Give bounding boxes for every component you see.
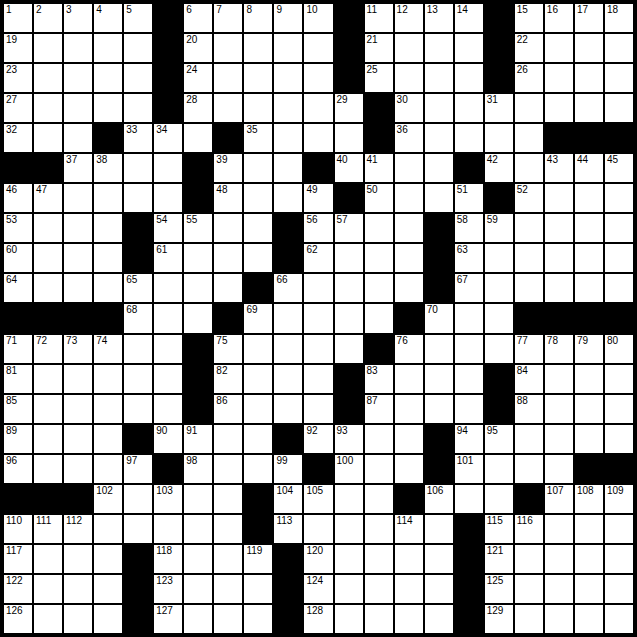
cell-r9c16[interactable]: [485, 274, 513, 302]
cell-r18c13[interactable]: [395, 545, 423, 573]
cell-r3c1[interactable]: [34, 94, 62, 122]
cell-r15c4[interactable]: 97: [124, 455, 152, 483]
cell-r1c12[interactable]: 21: [365, 34, 393, 62]
cell-r3c18[interactable]: [545, 94, 573, 122]
cell-r8c16[interactable]: [485, 244, 513, 272]
cell-r6c0[interactable]: 46: [4, 184, 32, 212]
cell-r9c0[interactable]: 64: [4, 274, 32, 302]
cell-r7c2[interactable]: [64, 214, 92, 242]
cell-r2c7[interactable]: [214, 64, 242, 92]
cell-r4c9[interactable]: [274, 124, 302, 152]
cell-r11c13[interactable]: 76: [395, 335, 423, 363]
cell-r15c3[interactable]: [94, 455, 122, 483]
cell-r13c10[interactable]: [304, 395, 332, 423]
cell-r5c16[interactable]: 42: [485, 154, 513, 182]
cell-r15c11[interactable]: 100: [335, 455, 363, 483]
cell-r17c7[interactable]: [214, 515, 242, 543]
cell-r18c6[interactable]: [184, 545, 212, 573]
cell-r20c0[interactable]: 126: [4, 605, 32, 633]
cell-r9c4[interactable]: 65: [124, 274, 152, 302]
cell-r12c2[interactable]: [64, 365, 92, 393]
cell-r11c7[interactable]: 75: [214, 335, 242, 363]
cell-r14c15[interactable]: 94: [455, 425, 483, 453]
cell-r2c0[interactable]: 23: [4, 64, 32, 92]
cell-r14c1[interactable]: [34, 425, 62, 453]
cell-r11c2[interactable]: 73: [64, 335, 92, 363]
cell-r9c10[interactable]: [304, 274, 332, 302]
cell-r20c2[interactable]: [64, 605, 92, 633]
cell-r0c15[interactable]: 14: [455, 4, 483, 32]
cell-r9c17[interactable]: [515, 274, 543, 302]
cell-r18c12[interactable]: [365, 545, 393, 573]
cell-r17c14[interactable]: [425, 515, 453, 543]
cell-r7c5[interactable]: 54: [154, 214, 182, 242]
cell-r9c2[interactable]: [64, 274, 92, 302]
cell-r0c3[interactable]: 4: [94, 4, 122, 32]
cell-r5c5[interactable]: [154, 154, 182, 182]
cell-r6c7[interactable]: 48: [214, 184, 242, 212]
cell-r0c9[interactable]: 9: [274, 4, 302, 32]
cell-r17c13[interactable]: 114: [395, 515, 423, 543]
cell-r2c19[interactable]: [575, 64, 603, 92]
cell-r12c17[interactable]: 84: [515, 365, 543, 393]
cell-r11c18[interactable]: 78: [545, 335, 573, 363]
cell-r6c8[interactable]: [244, 184, 272, 212]
cell-r6c19[interactable]: [575, 184, 603, 212]
cell-r3c16[interactable]: 31: [485, 94, 513, 122]
cell-r20c3[interactable]: [94, 605, 122, 633]
cell-r2c20[interactable]: [605, 64, 633, 92]
cell-r17c5[interactable]: [154, 515, 182, 543]
cell-r2c15[interactable]: [455, 64, 483, 92]
cell-r15c16[interactable]: [485, 455, 513, 483]
cell-r9c20[interactable]: [605, 274, 633, 302]
cell-r17c10[interactable]: [304, 515, 332, 543]
cell-r17c18[interactable]: [545, 515, 573, 543]
cell-r2c17[interactable]: 26: [515, 64, 543, 92]
cell-r15c8[interactable]: [244, 455, 272, 483]
cell-r16c10[interactable]: 105: [304, 485, 332, 513]
cell-r19c11[interactable]: [335, 575, 363, 603]
cell-r7c18[interactable]: [545, 214, 573, 242]
cell-r14c19[interactable]: [575, 425, 603, 453]
cell-r20c17[interactable]: [515, 605, 543, 633]
cell-r12c8[interactable]: [244, 365, 272, 393]
cell-r2c2[interactable]: [64, 64, 92, 92]
cell-r3c13[interactable]: 30: [395, 94, 423, 122]
cell-r13c12[interactable]: 87: [365, 395, 393, 423]
cell-r9c9[interactable]: 66: [274, 274, 302, 302]
cell-r0c13[interactable]: 12: [395, 4, 423, 32]
cell-r7c7[interactable]: [214, 214, 242, 242]
cell-r3c19[interactable]: [575, 94, 603, 122]
cell-r11c1[interactable]: 72: [34, 335, 62, 363]
cell-r12c3[interactable]: [94, 365, 122, 393]
cell-r11c4[interactable]: [124, 335, 152, 363]
cell-r1c15[interactable]: [455, 34, 483, 62]
cell-r19c10[interactable]: 124: [304, 575, 332, 603]
cell-r8c6[interactable]: [184, 244, 212, 272]
cell-r4c5[interactable]: 34: [154, 124, 182, 152]
cell-r7c8[interactable]: [244, 214, 272, 242]
cell-r10c8[interactable]: 69: [244, 304, 272, 332]
cell-r17c12[interactable]: [365, 515, 393, 543]
cell-r0c12[interactable]: 11: [365, 4, 393, 32]
cell-r13c18[interactable]: [545, 395, 573, 423]
cell-r14c17[interactable]: [515, 425, 543, 453]
cell-r5c11[interactable]: 40: [335, 154, 363, 182]
cell-r0c0[interactable]: 1: [4, 4, 32, 32]
cell-r4c10[interactable]: [304, 124, 332, 152]
cell-r18c2[interactable]: [64, 545, 92, 573]
cell-r6c9[interactable]: [274, 184, 302, 212]
cell-r15c12[interactable]: [365, 455, 393, 483]
cell-r13c2[interactable]: [64, 395, 92, 423]
cell-r6c3[interactable]: [94, 184, 122, 212]
cell-r5c7[interactable]: 39: [214, 154, 242, 182]
cell-r16c20[interactable]: 109: [605, 485, 633, 513]
cell-r1c17[interactable]: 22: [515, 34, 543, 62]
cell-r10c10[interactable]: [304, 304, 332, 332]
cell-r12c10[interactable]: [304, 365, 332, 393]
cell-r1c14[interactable]: [425, 34, 453, 62]
cell-r6c12[interactable]: 50: [365, 184, 393, 212]
cell-r3c0[interactable]: 27: [4, 94, 32, 122]
cell-r7c1[interactable]: [34, 214, 62, 242]
cell-r15c0[interactable]: 96: [4, 455, 32, 483]
cell-r11c15[interactable]: [455, 335, 483, 363]
cell-r16c15[interactable]: [455, 485, 483, 513]
cell-r5c14[interactable]: [425, 154, 453, 182]
cell-r20c6[interactable]: [184, 605, 212, 633]
cell-r11c17[interactable]: 77: [515, 335, 543, 363]
cell-r14c7[interactable]: [214, 425, 242, 453]
cell-r8c1[interactable]: [34, 244, 62, 272]
cell-r17c3[interactable]: [94, 515, 122, 543]
cell-r20c13[interactable]: [395, 605, 423, 633]
cell-r15c13[interactable]: [395, 455, 423, 483]
cell-r3c6[interactable]: 28: [184, 94, 212, 122]
cell-r13c20[interactable]: [605, 395, 633, 423]
cell-r7c17[interactable]: [515, 214, 543, 242]
cell-r19c17[interactable]: [515, 575, 543, 603]
cell-r3c10[interactable]: [304, 94, 332, 122]
cell-r5c18[interactable]: 43: [545, 154, 573, 182]
cell-r19c6[interactable]: [184, 575, 212, 603]
cell-r1c3[interactable]: [94, 34, 122, 62]
cell-r9c5[interactable]: [154, 274, 182, 302]
cell-r12c15[interactable]: [455, 365, 483, 393]
cell-r12c18[interactable]: [545, 365, 573, 393]
cell-r5c20[interactable]: 45: [605, 154, 633, 182]
cell-r3c8[interactable]: [244, 94, 272, 122]
cell-r20c16[interactable]: 129: [485, 605, 513, 633]
cell-r2c10[interactable]: [304, 64, 332, 92]
cell-r17c9[interactable]: 113: [274, 515, 302, 543]
cell-r13c14[interactable]: [425, 395, 453, 423]
cell-r18c7[interactable]: [214, 545, 242, 573]
cell-r19c16[interactable]: 125: [485, 575, 513, 603]
cell-r18c18[interactable]: [545, 545, 573, 573]
cell-r10c11[interactable]: [335, 304, 363, 332]
cell-r16c4[interactable]: [124, 485, 152, 513]
cell-r11c19[interactable]: 79: [575, 335, 603, 363]
cell-r12c14[interactable]: [425, 365, 453, 393]
cell-r5c17[interactable]: [515, 154, 543, 182]
cell-r16c16[interactable]: [485, 485, 513, 513]
cell-r11c16[interactable]: [485, 335, 513, 363]
cell-r14c3[interactable]: [94, 425, 122, 453]
cell-r2c3[interactable]: [94, 64, 122, 92]
cell-r4c13[interactable]: 36: [395, 124, 423, 152]
cell-r11c0[interactable]: 71: [4, 335, 32, 363]
cell-r20c11[interactable]: [335, 605, 363, 633]
cell-r9c1[interactable]: [34, 274, 62, 302]
cell-r15c15[interactable]: 101: [455, 455, 483, 483]
cell-r6c5[interactable]: [154, 184, 182, 212]
cell-r12c7[interactable]: 82: [214, 365, 242, 393]
cell-r20c5[interactable]: 127: [154, 605, 182, 633]
cell-r4c2[interactable]: [64, 124, 92, 152]
cell-r16c12[interactable]: [365, 485, 393, 513]
cell-r2c8[interactable]: [244, 64, 272, 92]
cell-r4c11[interactable]: [335, 124, 363, 152]
cell-r7c12[interactable]: [365, 214, 393, 242]
cell-r1c6[interactable]: 20: [184, 34, 212, 62]
cell-r5c19[interactable]: 44: [575, 154, 603, 182]
cell-r15c18[interactable]: [545, 455, 573, 483]
cell-r8c0[interactable]: 60: [4, 244, 32, 272]
cell-r16c6[interactable]: [184, 485, 212, 513]
cell-r5c9[interactable]: [274, 154, 302, 182]
cell-r17c1[interactable]: 111: [34, 515, 62, 543]
cell-r14c2[interactable]: [64, 425, 92, 453]
cell-r19c3[interactable]: [94, 575, 122, 603]
cell-r3c14[interactable]: [425, 94, 453, 122]
cell-r1c7[interactable]: [214, 34, 242, 62]
cell-r1c9[interactable]: [274, 34, 302, 62]
cell-r6c17[interactable]: 52: [515, 184, 543, 212]
cell-r6c18[interactable]: [545, 184, 573, 212]
cell-r12c5[interactable]: [154, 365, 182, 393]
cell-r14c0[interactable]: 89: [4, 425, 32, 453]
cell-r2c14[interactable]: [425, 64, 453, 92]
cell-r11c5[interactable]: [154, 335, 182, 363]
cell-r5c2[interactable]: 37: [64, 154, 92, 182]
cell-r7c13[interactable]: [395, 214, 423, 242]
cell-r0c17[interactable]: 15: [515, 4, 543, 32]
cell-r16c7[interactable]: [214, 485, 242, 513]
cell-r4c6[interactable]: [184, 124, 212, 152]
cell-r10c16[interactable]: [485, 304, 513, 332]
cell-r17c6[interactable]: [184, 515, 212, 543]
cell-r16c14[interactable]: 106: [425, 485, 453, 513]
cell-r5c12[interactable]: 41: [365, 154, 393, 182]
cell-r8c7[interactable]: [214, 244, 242, 272]
cell-r20c20[interactable]: [605, 605, 633, 633]
cell-r9c12[interactable]: [365, 274, 393, 302]
cell-r1c20[interactable]: [605, 34, 633, 62]
cell-r19c8[interactable]: [244, 575, 272, 603]
cell-r0c8[interactable]: 8: [244, 4, 272, 32]
cell-r0c14[interactable]: 13: [425, 4, 453, 32]
cell-r13c15[interactable]: [455, 395, 483, 423]
cell-r14c18[interactable]: [545, 425, 573, 453]
cell-r3c11[interactable]: 29: [335, 94, 363, 122]
cell-r5c4[interactable]: [124, 154, 152, 182]
cell-r15c1[interactable]: [34, 455, 62, 483]
cell-r3c15[interactable]: [455, 94, 483, 122]
cell-r12c9[interactable]: [274, 365, 302, 393]
cell-r6c14[interactable]: [425, 184, 453, 212]
cell-r13c19[interactable]: [575, 395, 603, 423]
cell-r11c9[interactable]: [274, 335, 302, 363]
cell-r10c4[interactable]: 68: [124, 304, 152, 332]
cell-r2c13[interactable]: [395, 64, 423, 92]
cell-r2c9[interactable]: [274, 64, 302, 92]
cell-r6c13[interactable]: [395, 184, 423, 212]
cell-r8c8[interactable]: [244, 244, 272, 272]
cell-r12c0[interactable]: 81: [4, 365, 32, 393]
cell-r18c17[interactable]: [515, 545, 543, 573]
cell-r20c7[interactable]: [214, 605, 242, 633]
cell-r17c4[interactable]: [124, 515, 152, 543]
cell-r13c8[interactable]: [244, 395, 272, 423]
cell-r15c9[interactable]: 99: [274, 455, 302, 483]
cell-r11c11[interactable]: [335, 335, 363, 363]
cell-r2c1[interactable]: [34, 64, 62, 92]
cell-r7c15[interactable]: 58: [455, 214, 483, 242]
cell-r4c0[interactable]: 32: [4, 124, 32, 152]
cell-r16c5[interactable]: 103: [154, 485, 182, 513]
cell-r8c12[interactable]: [365, 244, 393, 272]
cell-r4c16[interactable]: [485, 124, 513, 152]
cell-r10c5[interactable]: [154, 304, 182, 332]
cell-r11c14[interactable]: [425, 335, 453, 363]
cell-r12c13[interactable]: [395, 365, 423, 393]
cell-r20c19[interactable]: [575, 605, 603, 633]
cell-r8c19[interactable]: [575, 244, 603, 272]
cell-r7c10[interactable]: 56: [304, 214, 332, 242]
cell-r4c8[interactable]: 35: [244, 124, 272, 152]
cell-r1c8[interactable]: [244, 34, 272, 62]
cell-r1c4[interactable]: [124, 34, 152, 62]
cell-r19c2[interactable]: [64, 575, 92, 603]
cell-r2c12[interactable]: 25: [365, 64, 393, 92]
cell-r6c20[interactable]: [605, 184, 633, 212]
cell-r12c12[interactable]: 83: [365, 365, 393, 393]
cell-r4c17[interactable]: [515, 124, 543, 152]
cell-r19c13[interactable]: [395, 575, 423, 603]
cell-r2c4[interactable]: [124, 64, 152, 92]
cell-r3c7[interactable]: [214, 94, 242, 122]
cell-r15c2[interactable]: [64, 455, 92, 483]
cell-r0c18[interactable]: 16: [545, 4, 573, 32]
cell-r8c2[interactable]: [64, 244, 92, 272]
cell-r18c10[interactable]: 120: [304, 545, 332, 573]
cell-r3c9[interactable]: [274, 94, 302, 122]
cell-r8c10[interactable]: 62: [304, 244, 332, 272]
cell-r8c18[interactable]: [545, 244, 573, 272]
cell-r15c7[interactable]: [214, 455, 242, 483]
cell-r0c4[interactable]: 5: [124, 4, 152, 32]
cell-r18c0[interactable]: 117: [4, 545, 32, 573]
cell-r9c15[interactable]: 67: [455, 274, 483, 302]
cell-r20c12[interactable]: [365, 605, 393, 633]
cell-r17c20[interactable]: [605, 515, 633, 543]
cell-r16c11[interactable]: [335, 485, 363, 513]
cell-r19c19[interactable]: [575, 575, 603, 603]
cell-r12c1[interactable]: [34, 365, 62, 393]
cell-r13c4[interactable]: [124, 395, 152, 423]
cell-r5c13[interactable]: [395, 154, 423, 182]
cell-r14c16[interactable]: 95: [485, 425, 513, 453]
cell-r18c14[interactable]: [425, 545, 453, 573]
cell-r20c18[interactable]: [545, 605, 573, 633]
cell-r4c15[interactable]: [455, 124, 483, 152]
cell-r4c14[interactable]: [425, 124, 453, 152]
cell-r11c10[interactable]: [304, 335, 332, 363]
cell-r1c19[interactable]: [575, 34, 603, 62]
cell-r9c7[interactable]: [214, 274, 242, 302]
cell-r20c8[interactable]: [244, 605, 272, 633]
cell-r3c4[interactable]: [124, 94, 152, 122]
cell-r0c2[interactable]: 3: [64, 4, 92, 32]
cell-r11c20[interactable]: 80: [605, 335, 633, 363]
cell-r1c18[interactable]: [545, 34, 573, 62]
cell-r18c19[interactable]: [575, 545, 603, 573]
cell-r14c12[interactable]: [365, 425, 393, 453]
cell-r6c1[interactable]: 47: [34, 184, 62, 212]
cell-r9c18[interactable]: [545, 274, 573, 302]
cell-r16c19[interactable]: 108: [575, 485, 603, 513]
cell-r13c13[interactable]: [395, 395, 423, 423]
cell-r1c10[interactable]: [304, 34, 332, 62]
cell-r18c1[interactable]: [34, 545, 62, 573]
cell-r17c0[interactable]: 110: [4, 515, 32, 543]
cell-r19c0[interactable]: 122: [4, 575, 32, 603]
cell-r9c13[interactable]: [395, 274, 423, 302]
cell-r19c5[interactable]: 123: [154, 575, 182, 603]
cell-r7c16[interactable]: 59: [485, 214, 513, 242]
cell-r7c19[interactable]: [575, 214, 603, 242]
cell-r8c5[interactable]: 61: [154, 244, 182, 272]
cell-r18c16[interactable]: 121: [485, 545, 513, 573]
cell-r2c18[interactable]: [545, 64, 573, 92]
cell-r12c19[interactable]: [575, 365, 603, 393]
cell-r4c4[interactable]: 33: [124, 124, 152, 152]
cell-r14c6[interactable]: 91: [184, 425, 212, 453]
cell-r13c3[interactable]: [94, 395, 122, 423]
cell-r7c11[interactable]: 57: [335, 214, 363, 242]
cell-r0c19[interactable]: 17: [575, 4, 603, 32]
cell-r5c8[interactable]: [244, 154, 272, 182]
cell-r4c1[interactable]: [34, 124, 62, 152]
cell-r19c20[interactable]: [605, 575, 633, 603]
cell-r3c17[interactable]: [515, 94, 543, 122]
cell-r15c17[interactable]: [515, 455, 543, 483]
cell-r13c9[interactable]: [274, 395, 302, 423]
cell-r19c7[interactable]: [214, 575, 242, 603]
cell-r19c14[interactable]: [425, 575, 453, 603]
cell-r17c19[interactable]: [575, 515, 603, 543]
cell-r18c3[interactable]: [94, 545, 122, 573]
cell-r16c9[interactable]: 104: [274, 485, 302, 513]
cell-r5c3[interactable]: 38: [94, 154, 122, 182]
cell-r0c10[interactable]: 10: [304, 4, 332, 32]
cell-r17c11[interactable]: [335, 515, 363, 543]
cell-r1c13[interactable]: [395, 34, 423, 62]
